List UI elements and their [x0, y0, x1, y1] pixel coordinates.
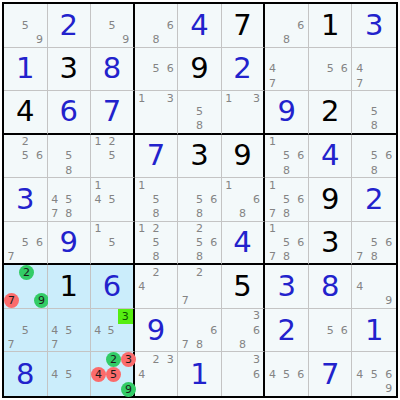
cell-r3c8[interactable]: 2 — [309, 91, 353, 135]
cell-r6c9[interactable]: 5678 — [352, 222, 396, 266]
candidate-5: 5 — [280, 367, 294, 382]
candidate-grid: 68 — [265, 4, 308, 47]
candidate-8: 8 — [192, 249, 206, 263]
cell-r4c7[interactable]: 1568 — [265, 135, 309, 179]
candidate-grid: 457 — [48, 309, 91, 352]
candidate-8: 8 — [280, 163, 294, 177]
candidate-7: 7 — [178, 337, 192, 351]
cell-r9c1[interactable]: 8 — [4, 352, 48, 396]
candidate-4: 4 — [48, 367, 62, 382]
cell-r2c4[interactable]: 56 — [135, 48, 179, 92]
cell-r4c2[interactable]: 58 — [48, 135, 92, 179]
candidate-5: 5 — [280, 192, 294, 206]
cell-r9c4[interactable]: 234 — [135, 352, 179, 396]
candidate-2: 2 — [19, 265, 34, 280]
cell-r5c3[interactable]: 145 — [91, 178, 135, 222]
candidate-6: 6 — [381, 367, 396, 382]
candidate-1: 1 — [135, 178, 149, 192]
candidate-5: 5 — [192, 236, 206, 250]
cell-r7c7[interactable]: 3 — [265, 265, 309, 309]
candidate-5: 5 — [18, 149, 32, 163]
candidate-grid: 15678 — [265, 178, 308, 221]
cell-r1c1[interactable]: 59 — [4, 4, 48, 48]
candidate-6: 6 — [294, 192, 308, 206]
candidate-8: 8 — [192, 119, 206, 133]
candidate-grid: 567 — [4, 222, 47, 264]
cell-r7c4[interactable]: 24 — [135, 265, 179, 309]
candidate-grid: 15 — [91, 222, 133, 264]
candidate-8: 8 — [192, 337, 206, 351]
given-digit: 2 — [309, 91, 352, 133]
candidate-5: 5 — [62, 323, 76, 337]
candidate-grid: 234 — [135, 352, 178, 396]
candidate-grid: 58 — [178, 91, 221, 133]
cell-r2c5[interactable]: 9 — [178, 48, 222, 92]
candidate-9: 9 — [119, 32, 133, 46]
cell-r5c7[interactable]: 15678 — [265, 178, 309, 222]
candidate-8: 8 — [149, 249, 163, 263]
given-digit: 4 — [4, 91, 47, 133]
candidate-5: 5 — [323, 323, 337, 337]
cell-r7c1[interactable]: 279 — [4, 265, 48, 309]
candidate-1: 1 — [135, 91, 149, 105]
cell-r1c8[interactable]: 1 — [309, 4, 353, 48]
candidate-5: 5 — [104, 324, 117, 338]
cell-r8c5[interactable]: 678 — [178, 309, 222, 353]
cell-r2c2[interactable]: 3 — [48, 48, 92, 92]
candidate-grid: 1258 — [135, 222, 178, 264]
cell-r9c7[interactable]: 456 — [265, 352, 309, 396]
candidate-grid: 158 — [135, 178, 178, 221]
solved-digit: 3 — [352, 4, 396, 47]
candidate-grid: 59 — [4, 4, 47, 47]
candidate-5: 5 — [105, 236, 119, 250]
cell-r8c2[interactable]: 457 — [48, 309, 92, 353]
given-digit: 1 — [48, 265, 91, 308]
cell-r4c4[interactable]: 7 — [135, 135, 179, 179]
solved-digit: 9 — [135, 309, 178, 352]
cell-r6c8[interactable]: 3 — [309, 222, 353, 266]
candidate-6: 6 — [249, 192, 263, 206]
candidate-4: 4 — [352, 367, 367, 382]
candidate-5: 5 — [105, 149, 119, 163]
cell-r9c3[interactable]: 23459 — [91, 352, 135, 396]
candidate-6: 6 — [294, 367, 308, 382]
cell-r6c3[interactable]: 15 — [91, 222, 135, 266]
candidate-5: 5 — [149, 62, 163, 76]
candidate-grid: 47 — [352, 48, 396, 91]
solved-digit: 7 — [91, 91, 133, 133]
cell-r6c5[interactable]: 2568 — [178, 222, 222, 266]
cell-r8c8[interactable]: 56 — [309, 309, 353, 353]
candidate-grid: 456 — [265, 352, 308, 396]
candidate-grid: 125 — [91, 135, 133, 178]
candidate-6: 6 — [32, 149, 46, 163]
candidate-2: 2 — [192, 222, 206, 236]
candidate-1: 1 — [135, 222, 149, 236]
candidate-grid: 145 — [91, 178, 133, 221]
candidate-8: 8 — [367, 163, 382, 177]
given-digit: 5 — [222, 265, 264, 308]
solved-digit: 2 — [352, 178, 396, 221]
candidate-5: 5 — [62, 149, 76, 163]
candidate-8: 8 — [149, 32, 163, 46]
candidate-6: 6 — [32, 236, 46, 250]
candidate-grid: 59 — [91, 4, 133, 47]
cell-r5c2[interactable]: 4578 — [48, 178, 92, 222]
cell-r6c1[interactable]: 567 — [4, 222, 48, 266]
cell-r8c9[interactable]: 1 — [352, 309, 396, 353]
solved-digit: 3 — [4, 178, 47, 221]
solved-digit: 6 — [91, 265, 133, 308]
candidate-grid: 678 — [178, 309, 221, 352]
candidate-6: 6 — [381, 149, 396, 163]
candidate-grid: 168 — [222, 178, 264, 221]
cell-r3c1[interactable]: 4 — [4, 91, 48, 135]
candidate-9: 9 — [381, 294, 396, 308]
cell-r1c2[interactable]: 2 — [48, 4, 92, 48]
candidate-7: 7 — [178, 294, 192, 308]
sudoku-board: 5925968476813138569247564746713581392582… — [2, 2, 398, 398]
candidate-grid: 13 — [222, 91, 264, 133]
candidate-2: 2 — [149, 352, 163, 367]
cell-r1c4[interactable]: 68 — [135, 4, 179, 48]
cell-r6c6[interactable]: 4 — [222, 222, 266, 266]
cell-r2c6[interactable]: 2 — [222, 48, 266, 92]
cell-r8c6[interactable]: 368 — [222, 309, 266, 353]
cell-r7c5[interactable]: 27 — [178, 265, 222, 309]
solved-digit: 7 — [309, 352, 352, 396]
solved-digit: 4 — [178, 4, 221, 47]
cell-r5c1[interactable]: 3 — [4, 178, 48, 222]
solved-digit: 8 — [4, 352, 47, 396]
candidate-1: 1 — [91, 135, 105, 149]
cell-r1c5[interactable]: 4 — [178, 4, 222, 48]
candidate-grid: 279 — [4, 265, 47, 308]
candidate-4: 4 — [352, 62, 367, 76]
cell-r8c4[interactable]: 9 — [135, 309, 179, 353]
candidate-5: 5 — [149, 192, 163, 206]
cell-r5c6[interactable]: 168 — [222, 178, 266, 222]
cell-r4c5[interactable]: 3 — [178, 135, 222, 179]
candidate-5: 5 — [105, 18, 119, 32]
candidate-8: 8 — [236, 207, 250, 221]
candidate-4: 4 — [91, 324, 104, 338]
candidate-5: 5 — [62, 192, 76, 206]
cell-r8c7[interactable]: 2 — [265, 309, 309, 353]
cell-r8c3[interactable]: 345 — [91, 309, 135, 353]
cell-r1c9[interactable]: 3 — [352, 4, 396, 48]
cell-r5c8[interactable]: 9 — [309, 178, 353, 222]
candidate-3: 3 — [163, 91, 177, 105]
candidate-9: 9 — [32, 32, 46, 46]
cell-r9c6[interactable]: 36 — [222, 352, 266, 396]
candidate-7: 7 — [265, 207, 279, 221]
candidate-9: 9 — [381, 381, 396, 396]
cell-r7c6[interactable]: 5 — [222, 265, 266, 309]
candidate-5: 5 — [18, 18, 32, 32]
cell-r1c3[interactable]: 59 — [91, 4, 135, 48]
solved-digit: 6 — [48, 91, 91, 133]
solved-digit: 8 — [91, 48, 133, 91]
cell-r6c7[interactable]: 15678 — [265, 222, 309, 266]
cell-r5c9[interactable]: 2 — [352, 178, 396, 222]
green-circle-highlighted-candidate-2[interactable]: 2 — [106, 352, 121, 367]
candidate-8: 8 — [280, 249, 294, 263]
candidate-5: 5 — [18, 323, 32, 337]
given-digit: 3 — [48, 48, 91, 91]
candidate-grid: 45 — [48, 352, 91, 396]
cell-r1c6[interactable]: 7 — [222, 4, 266, 48]
candidate-5: 5 — [192, 192, 206, 206]
candidate-7: 7 — [48, 207, 62, 221]
solved-digit: 9 — [265, 91, 308, 133]
candidate-5: 5 — [18, 236, 32, 250]
given-digit: 9 — [222, 135, 264, 178]
solved-digit: 2 — [48, 4, 91, 47]
solved-digit: 1 — [352, 309, 396, 352]
candidate-grid: 4569 — [352, 352, 396, 396]
given-digit: 3 — [309, 222, 352, 264]
candidate-7: 7 — [48, 337, 62, 351]
cell-r4c3[interactable]: 125 — [91, 135, 135, 179]
candidate-grid: 568 — [352, 135, 396, 178]
candidate-7: 7 — [352, 249, 367, 263]
candidate-6: 6 — [294, 236, 308, 250]
red-circle-highlighted-candidate-5[interactable]: 5 — [106, 367, 121, 382]
candidate-8: 8 — [62, 207, 76, 221]
candidate-3: 3 — [249, 309, 263, 323]
solved-digit: 9 — [48, 222, 91, 264]
cell-r8c1[interactable]: 57 — [4, 309, 48, 353]
candidate-4: 4 — [48, 192, 62, 206]
candidate-grid: 15678 — [265, 222, 308, 264]
candidate-7: 7 — [4, 293, 19, 308]
cell-r5c4[interactable]: 158 — [135, 178, 179, 222]
candidate-2: 2 — [149, 222, 163, 236]
cell-r6c2[interactable]: 9 — [48, 222, 92, 266]
candidate-6: 6 — [337, 323, 351, 337]
candidate-5: 5 — [62, 367, 76, 382]
candidate-1: 1 — [91, 178, 105, 192]
candidate-4: 4 — [91, 367, 106, 382]
candidate-3: 3 — [118, 309, 133, 324]
candidate-8: 8 — [149, 207, 163, 221]
candidate-1: 1 — [91, 222, 105, 236]
candidate-grid: 27 — [178, 265, 221, 308]
candidate-grid: 345 — [91, 309, 133, 352]
cell-r2c3[interactable]: 8 — [91, 48, 135, 92]
cell-r2c1[interactable]: 1 — [4, 48, 48, 92]
candidate-8: 8 — [367, 119, 382, 133]
candidate-grid: 5678 — [352, 222, 396, 264]
cell-r3c2[interactable]: 6 — [48, 91, 92, 135]
candidate-grid: 56 — [135, 48, 178, 91]
cell-r9c9[interactable]: 4569 — [352, 352, 396, 396]
green-square-highlighted-candidate-3[interactable]: 3 — [118, 309, 133, 324]
cell-r3c6[interactable]: 13 — [222, 91, 266, 135]
candidate-6: 6 — [337, 62, 351, 76]
candidate-5: 5 — [367, 236, 382, 250]
candidate-8: 8 — [192, 207, 206, 221]
solved-digit: 1 — [178, 352, 221, 396]
cell-r4c8[interactable]: 4 — [309, 135, 353, 179]
candidate-6: 6 — [294, 149, 308, 163]
cell-r4c9[interactable]: 568 — [352, 135, 396, 179]
candidate-1: 1 — [265, 222, 279, 236]
cell-r3c9[interactable]: 58 — [352, 91, 396, 135]
candidate-7: 7 — [4, 249, 18, 263]
candidate-grid: 58 — [48, 135, 91, 178]
cell-r9c5[interactable]: 1 — [178, 352, 222, 396]
green-circle-highlighted-candidate-2[interactable]: 2 — [19, 265, 34, 280]
candidate-4: 4 — [135, 280, 149, 294]
candidate-2: 2 — [18, 135, 32, 149]
given-digit: 3 — [178, 135, 221, 178]
candidate-1: 1 — [222, 178, 236, 192]
candidate-5: 5 — [367, 149, 382, 163]
candidate-4: 4 — [265, 62, 279, 76]
cell-r2c8[interactable]: 56 — [309, 48, 353, 92]
cell-r7c8[interactable]: 8 — [309, 265, 353, 309]
red-circle-highlighted-candidate-4[interactable]: 4 — [91, 367, 106, 382]
candidate-6: 6 — [249, 323, 263, 337]
candidate-6: 6 — [249, 367, 263, 382]
cell-r6c4[interactable]: 1258 — [135, 222, 179, 266]
candidate-1: 1 — [265, 178, 279, 192]
candidate-grid: 56 — [309, 309, 352, 352]
cell-r7c2[interactable]: 1 — [48, 265, 92, 309]
candidate-4: 4 — [265, 367, 279, 382]
candidate-grid: 47 — [265, 48, 308, 91]
candidate-6: 6 — [294, 18, 308, 32]
candidate-6: 6 — [207, 192, 221, 206]
solved-digit: 2 — [265, 309, 308, 352]
candidate-8: 8 — [236, 337, 250, 351]
candidate-1: 1 — [265, 135, 279, 149]
given-digit: 9 — [309, 178, 352, 221]
candidate-6: 6 — [163, 18, 177, 32]
candidate-5: 5 — [192, 105, 206, 119]
candidate-6: 6 — [163, 62, 177, 76]
candidate-grid: 58 — [352, 91, 396, 133]
cell-r2c9[interactable]: 47 — [352, 48, 396, 92]
cell-r4c6[interactable]: 9 — [222, 135, 266, 179]
candidate-grid: 56 — [309, 48, 352, 91]
candidate-5: 5 — [367, 367, 382, 382]
candidate-grid: 4578 — [48, 178, 91, 221]
candidate-5: 5 — [106, 367, 121, 382]
cell-r4c1[interactable]: 256 — [4, 135, 48, 179]
candidate-7: 7 — [265, 249, 279, 263]
candidate-grid: 36 — [222, 352, 264, 396]
given-digit: 1 — [309, 4, 352, 47]
candidate-grid: 13 — [135, 91, 178, 133]
candidate-4: 4 — [91, 192, 105, 206]
candidate-grid: 49 — [352, 265, 396, 308]
solved-digit: 4 — [309, 135, 352, 178]
cell-r3c4[interactable]: 13 — [135, 91, 179, 135]
candidate-grid: 57 — [4, 309, 47, 352]
candidate-8: 8 — [367, 249, 382, 263]
candidate-5: 5 — [323, 62, 337, 76]
candidate-7: 7 — [265, 76, 279, 90]
candidate-6: 6 — [381, 236, 396, 250]
candidate-7: 7 — [352, 76, 367, 90]
candidate-4: 4 — [352, 280, 367, 294]
candidate-grid: 23459 — [91, 352, 133, 396]
candidate-5: 5 — [105, 192, 119, 206]
cell-r5c5[interactable]: 568 — [178, 178, 222, 222]
candidate-6: 6 — [207, 323, 221, 337]
candidate-3: 3 — [163, 352, 177, 367]
candidate-5: 5 — [149, 236, 163, 250]
candidate-grid: 68 — [135, 4, 178, 47]
candidate-3: 3 — [249, 91, 263, 105]
solved-digit: 8 — [309, 265, 352, 308]
candidate-6: 6 — [207, 236, 221, 250]
cell-r7c3[interactable]: 6 — [91, 265, 135, 309]
solved-digit: 2 — [222, 48, 264, 91]
candidate-grid: 368 — [222, 309, 264, 352]
candidate-8: 8 — [62, 163, 76, 177]
cell-r3c7[interactable]: 9 — [265, 91, 309, 135]
candidate-3: 3 — [249, 352, 263, 367]
candidate-2: 2 — [192, 265, 206, 279]
solved-digit: 4 — [222, 222, 264, 264]
candidate-2: 2 — [106, 352, 121, 367]
given-digit: 9 — [178, 48, 221, 91]
cell-r3c5[interactable]: 58 — [178, 91, 222, 135]
candidate-5: 5 — [367, 105, 382, 119]
cell-r3c3[interactable]: 7 — [91, 91, 135, 135]
candidate-grid: 2568 — [178, 222, 221, 264]
cell-r2c7[interactable]: 47 — [265, 48, 309, 92]
solved-digit: 1 — [4, 48, 47, 91]
solved-digit: 3 — [265, 265, 308, 308]
solved-digit: 7 — [135, 135, 178, 178]
candidate-grid: 256 — [4, 135, 47, 178]
candidate-4: 4 — [135, 367, 149, 382]
cell-r7c9[interactable]: 49 — [352, 265, 396, 309]
candidate-grid: 24 — [135, 265, 178, 308]
candidate-grid: 568 — [178, 178, 221, 221]
candidate-8: 8 — [280, 207, 294, 221]
cell-r1c7[interactable]: 68 — [265, 4, 309, 48]
candidate-5: 5 — [280, 236, 294, 250]
red-circle-highlighted-candidate-7[interactable]: 7 — [4, 293, 19, 308]
candidate-5: 5 — [280, 149, 294, 163]
candidate-2: 2 — [105, 135, 119, 149]
candidate-grid: 1568 — [265, 135, 308, 178]
candidate-1: 1 — [222, 91, 236, 105]
candidate-4: 4 — [48, 323, 62, 337]
cell-r9c2[interactable]: 45 — [48, 352, 92, 396]
candidate-2: 2 — [149, 265, 163, 279]
given-digit: 7 — [222, 4, 264, 47]
candidate-8: 8 — [280, 32, 294, 46]
candidate-7: 7 — [4, 337, 18, 351]
cell-r9c8[interactable]: 7 — [309, 352, 353, 396]
